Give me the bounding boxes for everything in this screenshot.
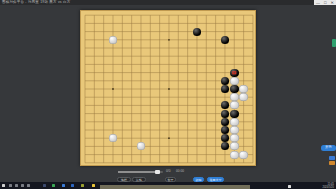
white-stone [230, 126, 239, 134]
star-point [168, 88, 170, 90]
app-icon-9[interactable] [81, 184, 84, 187]
black-stone [221, 36, 230, 44]
white-stone [230, 118, 239, 126]
white-stone [239, 85, 248, 93]
tray-date: 2024/5/20 [296, 186, 334, 189]
clock: 15:45 2024/5/20 [296, 183, 334, 189]
black-stone [221, 77, 230, 85]
control-button-返回大厅[interactable]: 返回大厅 [207, 177, 224, 182]
control-button-认输[interactable]: 认输 [132, 177, 146, 182]
app-icon-4[interactable] [27, 184, 30, 187]
window-controls: — □ ✕ [314, 0, 336, 5]
app-icon-6[interactable] [52, 184, 55, 187]
control-button-悔棋[interactable]: 悔棋 [117, 177, 131, 182]
alert-icon[interactable] [329, 161, 335, 165]
white-stone [230, 77, 239, 85]
black-stone [230, 85, 239, 93]
black-stone [230, 110, 239, 118]
control-button-数子[interactable]: 数子 [165, 177, 176, 182]
star-point [168, 137, 170, 139]
taskbar: 15:45 2024/5/20 [0, 182, 336, 189]
control-bar: 0/0 00:00 悔棋认输数子跟随返回大厅 [100, 168, 250, 182]
app-icon-2[interactable] [15, 184, 18, 187]
situation-button[interactable]: 形势 [321, 145, 336, 151]
start-icon[interactable] [2, 184, 5, 187]
title-bar: 围棋对弈平台 - 对局室 19路 黑方 vs 白方 [0, 0, 336, 5]
slider-fill [118, 171, 157, 173]
app-icon-5[interactable] [43, 184, 46, 187]
white-stone [230, 101, 239, 109]
white-stone [109, 36, 118, 44]
black-stone [221, 110, 230, 118]
timer-label: 00:00 [176, 169, 184, 173]
slider-handle[interactable] [155, 170, 160, 174]
white-stone [239, 151, 248, 159]
white-stone [230, 142, 239, 150]
app-icon-8[interactable] [71, 184, 74, 187]
go-app-icon[interactable] [92, 184, 95, 187]
app-icon-7[interactable] [62, 184, 65, 187]
chat-icon[interactable] [329, 156, 335, 160]
move-counter: 0/0 [166, 169, 170, 173]
maximize-button[interactable]: □ [324, 1, 326, 5]
close-button[interactable]: ✕ [331, 1, 334, 5]
app-icon-3[interactable] [21, 184, 24, 187]
go-board[interactable] [80, 10, 256, 166]
star-point [168, 39, 170, 41]
control-button-跟随[interactable]: 跟随 [193, 177, 204, 182]
star-point [112, 88, 114, 90]
app-icon-1[interactable] [9, 184, 12, 187]
panel-tab[interactable] [332, 39, 336, 47]
last-move-marker [233, 71, 236, 74]
move-slider[interactable] [118, 171, 163, 173]
black-stone [230, 69, 239, 77]
white-stone [230, 93, 239, 101]
white-stone [230, 151, 239, 159]
white-stone [230, 134, 239, 142]
black-stone [193, 28, 202, 36]
taskbar-running-apps [100, 185, 250, 189]
minimize-button[interactable]: — [316, 1, 320, 5]
tray-icon[interactable] [288, 185, 291, 188]
window-title: 围棋对弈平台 - 对局室 19路 黑方 vs 白方 [2, 0, 70, 5]
black-stone [221, 118, 230, 126]
